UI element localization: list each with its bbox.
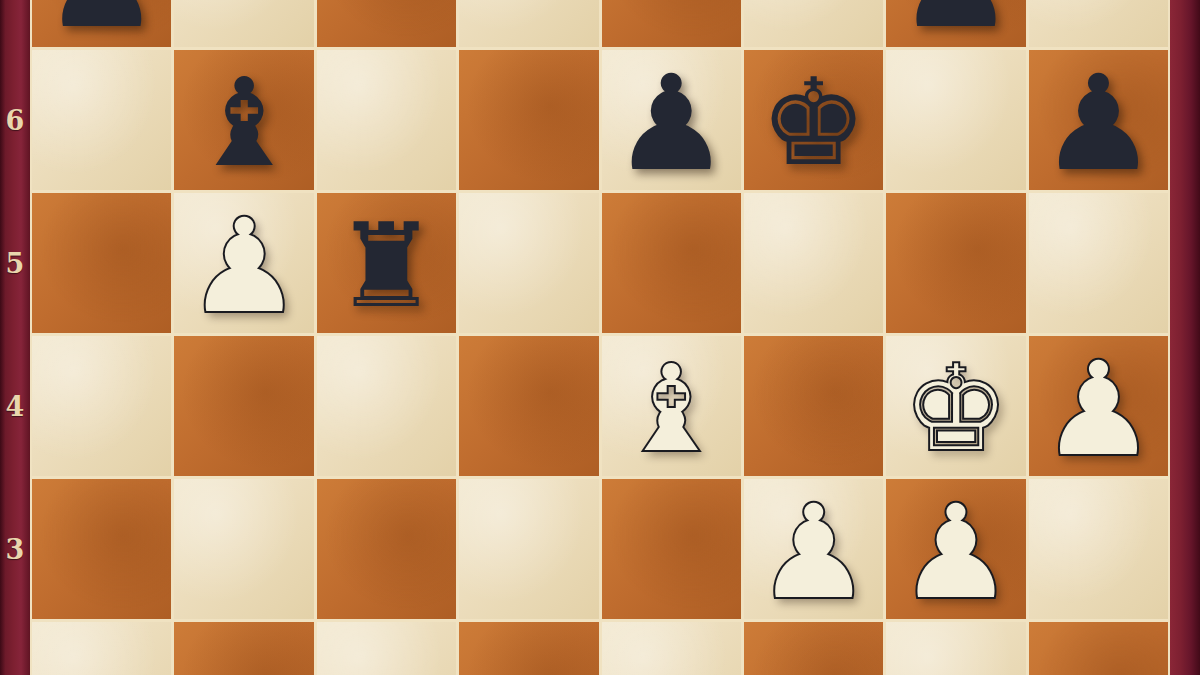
square-e2[interactable] (602, 622, 741, 675)
rank-label-6: 6 (0, 105, 30, 136)
square-a6[interactable] (32, 50, 171, 190)
square-a5[interactable] (32, 193, 171, 333)
black-pawn[interactable]: ♟ (43, 0, 161, 46)
square-c4[interactable] (317, 336, 456, 476)
black-rook[interactable]: ♜ (334, 208, 438, 324)
square-f7[interactable] (744, 0, 883, 47)
white-pawn[interactable]: ♟ (1039, 343, 1157, 475)
square-e3[interactable] (602, 479, 741, 619)
black-bishop[interactable]: ♝ (189, 62, 298, 184)
square-g6[interactable] (886, 50, 1025, 190)
square-a4[interactable] (32, 336, 171, 476)
square-h6[interactable]: ♟ (1029, 50, 1168, 190)
square-a3[interactable] (32, 479, 171, 619)
chessboard-screenshot: 6543 ♟♟♝♟♚♟♟♜♝♚♟♟♟ (0, 0, 1200, 675)
square-e5[interactable] (602, 193, 741, 333)
white-pawn[interactable]: ♟ (185, 200, 303, 332)
square-f5[interactable] (744, 193, 883, 333)
square-g4[interactable]: ♚ (886, 336, 1025, 476)
square-h4[interactable]: ♟ (1029, 336, 1168, 476)
black-pawn[interactable]: ♟ (1039, 57, 1157, 189)
square-b7[interactable] (174, 0, 313, 47)
square-e4[interactable]: ♝ (602, 336, 741, 476)
square-f3[interactable]: ♟ (744, 479, 883, 619)
square-c3[interactable] (317, 479, 456, 619)
square-b4[interactable] (174, 336, 313, 476)
square-h3[interactable] (1029, 479, 1168, 619)
board-grid: ♟♟♝♟♚♟♟♜♝♚♟♟♟ (32, 0, 1168, 675)
chess-board: ♟♟♝♟♚♟♟♜♝♚♟♟♟ (30, 0, 1170, 675)
square-b5[interactable]: ♟ (174, 193, 313, 333)
square-b3[interactable] (174, 479, 313, 619)
square-b6[interactable]: ♝ (174, 50, 313, 190)
square-d3[interactable] (459, 479, 598, 619)
square-c2[interactable] (317, 622, 456, 675)
white-bishop[interactable]: ♝ (617, 348, 726, 470)
square-c5[interactable]: ♜ (317, 193, 456, 333)
square-c7[interactable] (317, 0, 456, 47)
board-frame-left: 6543 (0, 0, 30, 675)
square-e7[interactable] (602, 0, 741, 47)
square-f4[interactable] (744, 336, 883, 476)
black-king[interactable]: ♚ (760, 63, 868, 183)
square-d5[interactable] (459, 193, 598, 333)
square-e6[interactable]: ♟ (602, 50, 741, 190)
square-c6[interactable] (317, 50, 456, 190)
square-g5[interactable] (886, 193, 1025, 333)
square-g3[interactable]: ♟ (886, 479, 1025, 619)
square-g7[interactable]: ♟ (886, 0, 1025, 47)
square-d7[interactable] (459, 0, 598, 47)
square-h5[interactable] (1029, 193, 1168, 333)
square-b2[interactable] (174, 622, 313, 675)
square-h2[interactable] (1029, 622, 1168, 675)
square-f6[interactable]: ♚ (744, 50, 883, 190)
square-g2[interactable] (886, 622, 1025, 675)
black-pawn[interactable]: ♟ (612, 57, 730, 189)
square-f2[interactable] (744, 622, 883, 675)
rank-label-5: 5 (0, 248, 30, 279)
square-h7[interactable] (1029, 0, 1168, 47)
square-a2[interactable] (32, 622, 171, 675)
white-king[interactable]: ♚ (902, 349, 1010, 469)
board-frame-right (1170, 0, 1200, 675)
rank-label-3: 3 (0, 534, 30, 565)
square-d6[interactable] (459, 50, 598, 190)
white-pawn[interactable]: ♟ (754, 486, 872, 618)
square-d4[interactable] (459, 336, 598, 476)
rank-label-4: 4 (0, 391, 30, 422)
black-pawn[interactable]: ♟ (897, 0, 1015, 46)
square-d2[interactable] (459, 622, 598, 675)
white-pawn[interactable]: ♟ (897, 486, 1015, 618)
square-a7[interactable]: ♟ (32, 0, 171, 47)
